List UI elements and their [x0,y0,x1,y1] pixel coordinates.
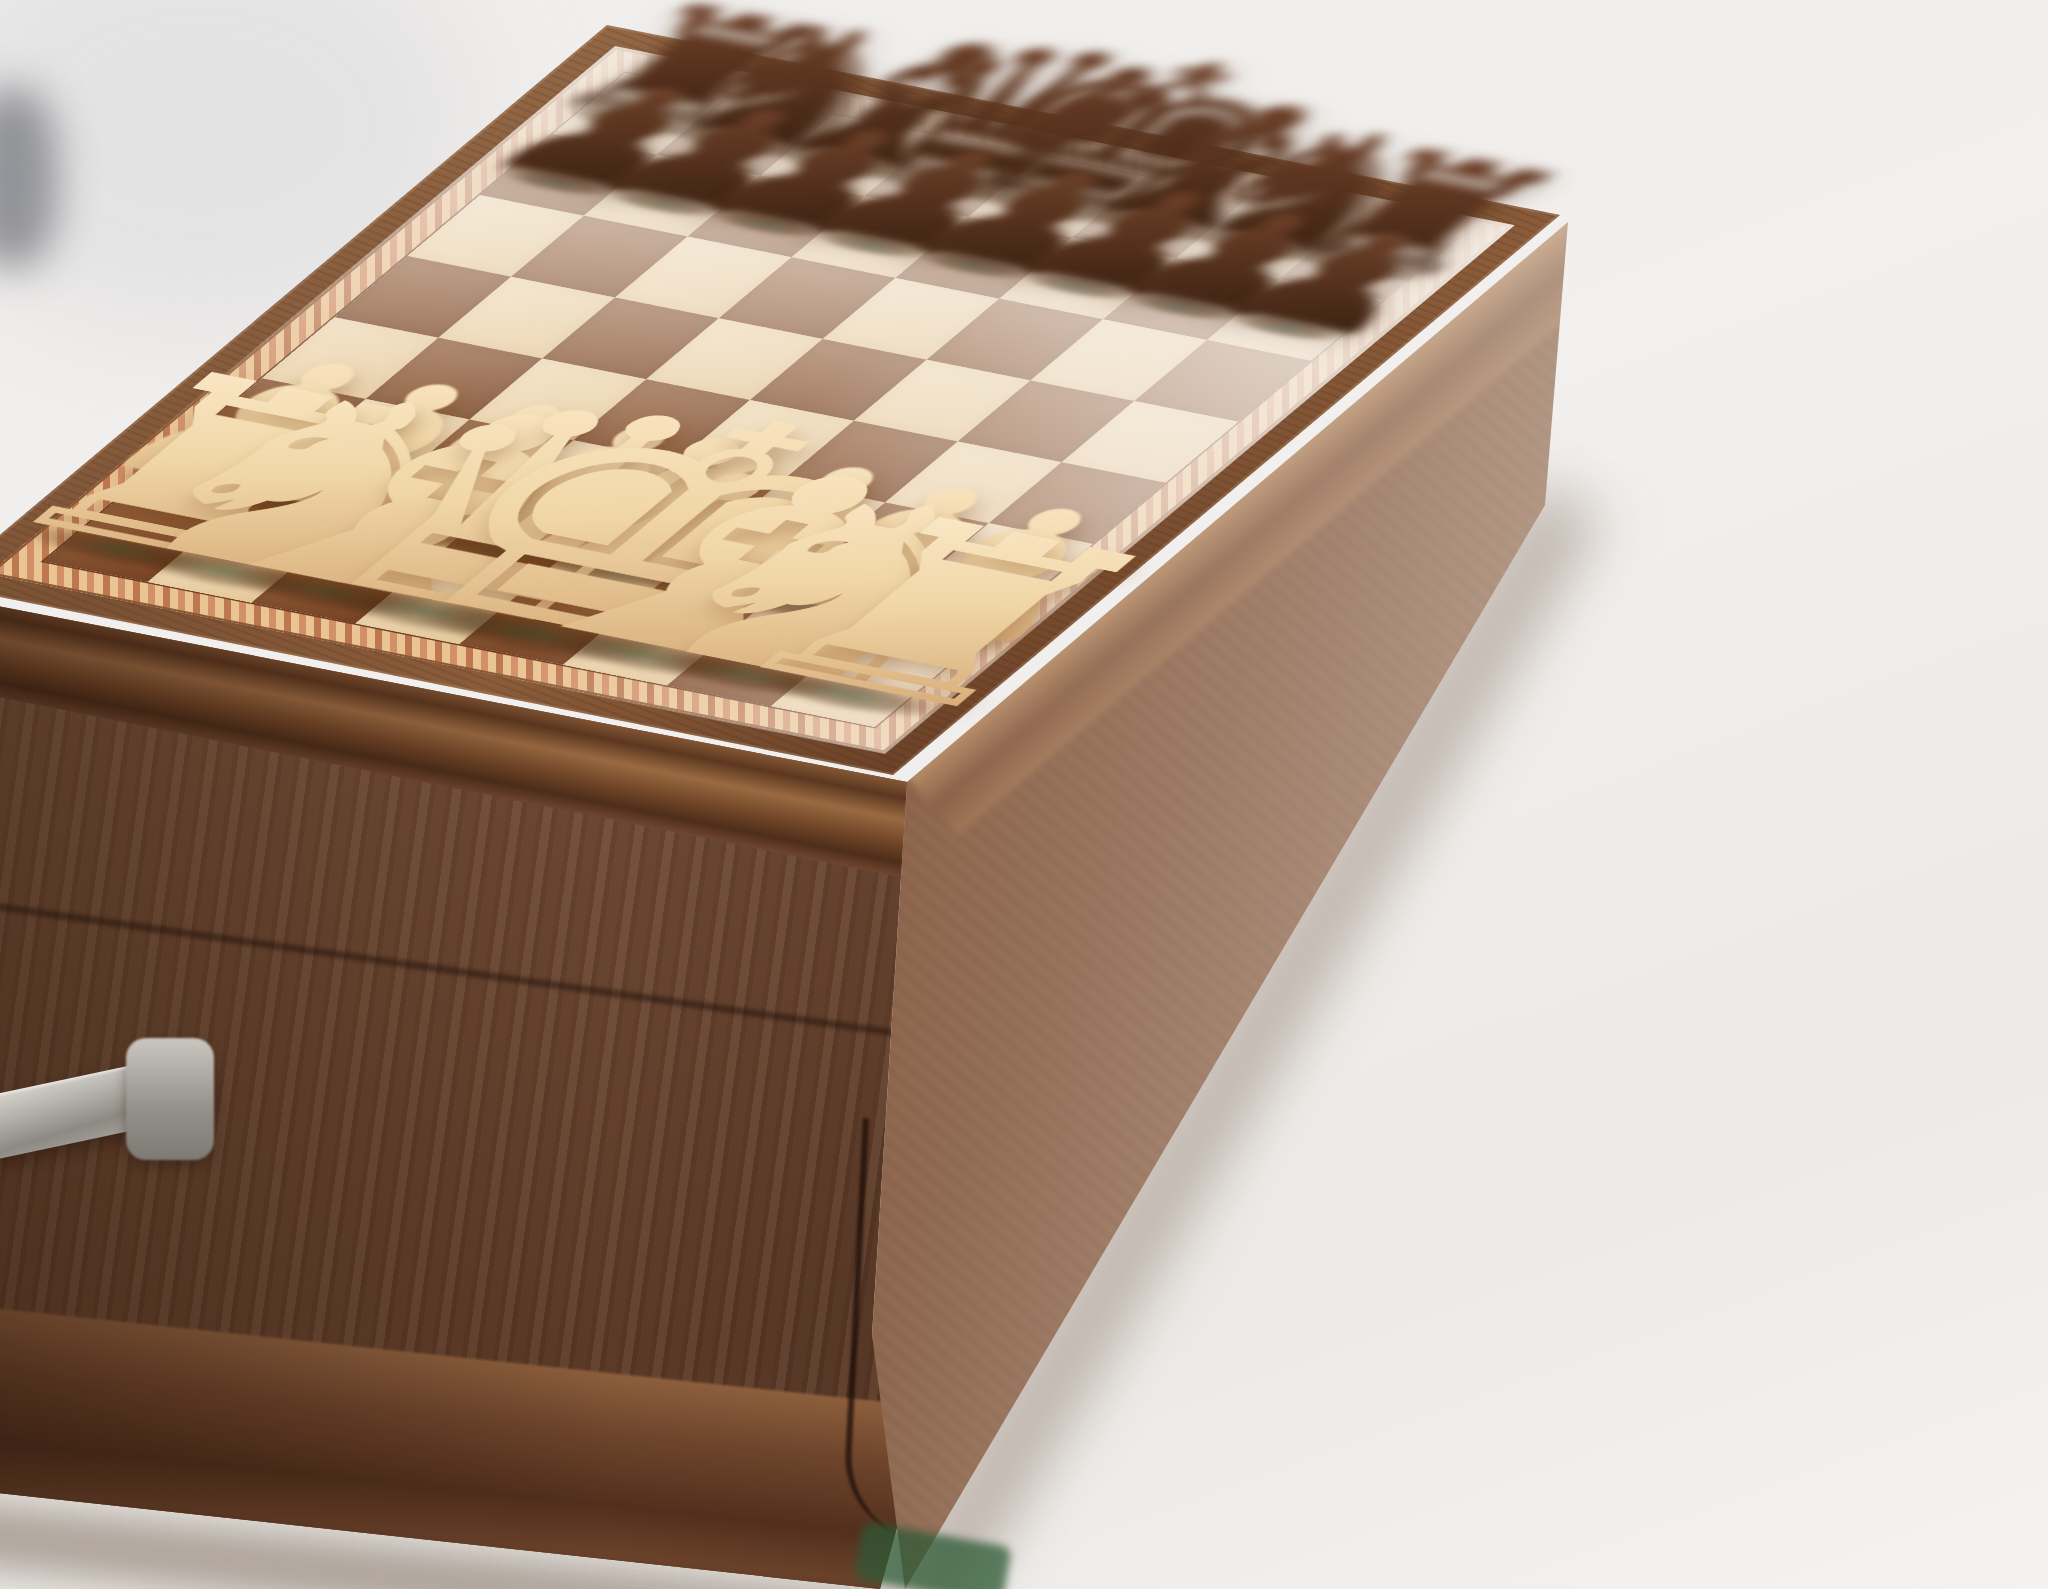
handle-post [126,1038,214,1160]
background-blur-object-dark [0,88,58,268]
square-h1: ♜ [771,645,948,727]
scene: ♜♞♝♛♚♝♞♜♟♟♟♟♟♟♟♟♟♟♟♟♟♟♟♟♜♞♝♛♚♝♞♜ [0,0,2048,1589]
